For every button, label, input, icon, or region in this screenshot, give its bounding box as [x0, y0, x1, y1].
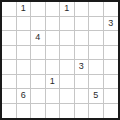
cell-r7c5[interactable]	[60, 89, 75, 104]
cell-r6c6[interactable]	[75, 75, 90, 90]
cell-r4c6[interactable]	[75, 46, 90, 61]
cell-r8c8[interactable]	[104, 104, 119, 119]
cell-r5c4[interactable]	[46, 60, 61, 75]
cell-r4c1[interactable]	[2, 46, 17, 61]
cell-r1c2[interactable]: 1	[17, 2, 32, 17]
cell-r6c1[interactable]	[2, 75, 17, 90]
cell-r2c4[interactable]	[46, 17, 61, 32]
clue-number: 4	[35, 33, 40, 42]
cell-r1c4[interactable]	[46, 2, 61, 17]
cell-r7c3[interactable]	[31, 89, 46, 104]
clue-number: 6	[21, 91, 26, 100]
clue-number: 5	[93, 91, 98, 100]
cell-r8c7[interactable]	[89, 104, 104, 119]
cell-r6c4[interactable]: 1	[46, 75, 61, 90]
clue-number: 1	[64, 4, 69, 13]
cell-r5c1[interactable]	[2, 60, 17, 75]
cell-r7c2[interactable]: 6	[17, 89, 32, 104]
cell-r7c8[interactable]	[104, 89, 119, 104]
cell-r8c4[interactable]	[46, 104, 61, 119]
cell-r2c6[interactable]	[75, 17, 90, 32]
cell-r3c1[interactable]	[2, 31, 17, 46]
cell-r2c7[interactable]	[89, 17, 104, 32]
puzzle-board: 11343165	[0, 0, 120, 120]
cell-r2c1[interactable]	[2, 17, 17, 32]
clue-number: 3	[108, 19, 113, 28]
cell-r4c5[interactable]	[60, 46, 75, 61]
cell-r1c7[interactable]	[89, 2, 104, 17]
cell-r1c5[interactable]: 1	[60, 2, 75, 17]
cell-r5c8[interactable]	[104, 60, 119, 75]
cell-r5c7[interactable]	[89, 60, 104, 75]
cell-r5c5[interactable]	[60, 60, 75, 75]
cell-r6c8[interactable]	[104, 75, 119, 90]
cell-r8c3[interactable]	[31, 104, 46, 119]
cell-r2c3[interactable]	[31, 17, 46, 32]
cell-r6c5[interactable]	[60, 75, 75, 90]
cell-r5c2[interactable]	[17, 60, 32, 75]
cell-r5c3[interactable]	[31, 60, 46, 75]
cell-r7c6[interactable]	[75, 89, 90, 104]
cell-r4c7[interactable]	[89, 46, 104, 61]
cell-r7c4[interactable]	[46, 89, 61, 104]
clue-number: 1	[21, 4, 26, 13]
cell-r3c2[interactable]	[17, 31, 32, 46]
cell-r3c8[interactable]	[104, 31, 119, 46]
cell-r2c8[interactable]: 3	[104, 17, 119, 32]
cell-r3c7[interactable]	[89, 31, 104, 46]
cell-r3c5[interactable]	[60, 31, 75, 46]
cell-r8c5[interactable]	[60, 104, 75, 119]
clue-number: 3	[79, 62, 84, 71]
cell-r3c3[interactable]: 4	[31, 31, 46, 46]
cell-r1c8[interactable]	[104, 2, 119, 17]
cell-r3c6[interactable]	[75, 31, 90, 46]
clue-number: 1	[50, 77, 55, 86]
cell-r8c6[interactable]	[75, 104, 90, 119]
cell-r7c1[interactable]	[2, 89, 17, 104]
cell-r2c5[interactable]	[60, 17, 75, 32]
cell-r6c2[interactable]	[17, 75, 32, 90]
cell-r4c8[interactable]	[104, 46, 119, 61]
cell-r8c1[interactable]	[2, 104, 17, 119]
cell-r5c6[interactable]: 3	[75, 60, 90, 75]
cell-r6c3[interactable]	[31, 75, 46, 90]
cell-r4c3[interactable]	[31, 46, 46, 61]
cell-r7c7[interactable]: 5	[89, 89, 104, 104]
cell-r1c3[interactable]	[31, 2, 46, 17]
cell-r1c1[interactable]	[2, 2, 17, 17]
cell-r8c2[interactable]	[17, 104, 32, 119]
cell-r4c2[interactable]	[17, 46, 32, 61]
cell-r2c2[interactable]	[17, 17, 32, 32]
cell-r3c4[interactable]	[46, 31, 61, 46]
cell-r4c4[interactable]	[46, 46, 61, 61]
cell-r1c6[interactable]	[75, 2, 90, 17]
cell-r6c7[interactable]	[89, 75, 104, 90]
